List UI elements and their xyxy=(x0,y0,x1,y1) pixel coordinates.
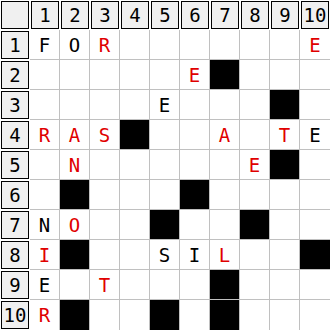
cell-r3c3[interactable] xyxy=(90,90,120,120)
cell-r4c6[interactable] xyxy=(180,120,210,150)
cell-r5c4[interactable] xyxy=(120,150,150,180)
row-header-3: 3 xyxy=(1,91,29,119)
cell-r5c1[interactable] xyxy=(30,150,60,180)
cell-r10c8[interactable] xyxy=(240,300,270,330)
cell-r7c10[interactable] xyxy=(300,210,330,240)
cell-r9c3[interactable]: T xyxy=(90,270,120,300)
cell-r8c1[interactable]: I xyxy=(30,240,60,270)
cell-r1c5[interactable] xyxy=(150,30,180,60)
cell-r6c3[interactable] xyxy=(90,180,120,210)
cell-r5c6[interactable] xyxy=(180,150,210,180)
cell-r2c3[interactable] xyxy=(90,60,120,90)
cell-r2c2[interactable] xyxy=(60,60,90,90)
cell-r9c6[interactable] xyxy=(180,270,210,300)
cell-r6c10[interactable] xyxy=(300,180,330,210)
cell-r2c5[interactable] xyxy=(150,60,180,90)
cell-r7c6[interactable] xyxy=(180,210,210,240)
cell-r2c9[interactable] xyxy=(270,60,300,90)
cell-r8c6[interactable]: I xyxy=(180,240,210,270)
col-header-6: 6 xyxy=(181,1,209,29)
cell-r1c10[interactable]: E xyxy=(300,30,330,60)
cell-r7c9[interactable] xyxy=(270,210,300,240)
cell-r3c7[interactable] xyxy=(210,90,240,120)
cell-r1c3[interactable]: R xyxy=(90,30,120,60)
cell-r7c1[interactable]: N xyxy=(30,210,60,240)
cell-r8c7[interactable]: L xyxy=(210,240,240,270)
cell-r5c2[interactable]: N xyxy=(60,150,90,180)
cell-r10c6[interactable] xyxy=(180,300,210,330)
cell-r5c3[interactable] xyxy=(90,150,120,180)
col-header-8: 8 xyxy=(241,1,269,29)
cell-r2c4[interactable] xyxy=(120,60,150,90)
cell-r9c1[interactable]: E xyxy=(30,270,60,300)
col-header-7: 7 xyxy=(211,1,239,29)
row-header-6: 6 xyxy=(1,181,29,209)
cell-r3c9 xyxy=(270,90,300,120)
row-header-5: 5 xyxy=(1,151,29,179)
cell-r1c6[interactable] xyxy=(180,30,210,60)
cell-r6c6 xyxy=(180,180,210,210)
cell-r7c8 xyxy=(240,210,270,240)
cell-r4c8[interactable] xyxy=(240,120,270,150)
cell-r10c1[interactable]: R xyxy=(30,300,60,330)
cell-r7c7[interactable] xyxy=(210,210,240,240)
cell-r3c2[interactable] xyxy=(60,90,90,120)
cell-r5c5[interactable] xyxy=(150,150,180,180)
cell-r2c10[interactable] xyxy=(300,60,330,90)
cell-r3c5[interactable]: E xyxy=(150,90,180,120)
cell-r3c1[interactable] xyxy=(30,90,60,120)
cell-r3c10[interactable] xyxy=(300,90,330,120)
cell-r7c3[interactable] xyxy=(90,210,120,240)
cell-r8c8[interactable] xyxy=(240,240,270,270)
cell-r1c2[interactable]: O xyxy=(60,30,90,60)
cell-r4c3[interactable]: S xyxy=(90,120,120,150)
cell-r4c7[interactable]: A xyxy=(210,120,240,150)
col-header-5: 5 xyxy=(151,1,179,29)
cell-r6c5[interactable] xyxy=(150,180,180,210)
cell-r10c3[interactable] xyxy=(90,300,120,330)
col-header-10: 10 xyxy=(301,1,329,29)
cell-r4c1[interactable]: R xyxy=(30,120,60,150)
row-header-7: 7 xyxy=(1,211,29,239)
row-header-9: 9 xyxy=(1,271,29,299)
cell-r2c7 xyxy=(210,60,240,90)
cell-r7c5 xyxy=(150,210,180,240)
crossword-board: 123456789101FORE2E3E4RASATE5NE67NO8ISIL9… xyxy=(0,0,330,330)
cell-r5c8[interactable]: E xyxy=(240,150,270,180)
cell-r9c5[interactable] xyxy=(150,270,180,300)
cell-r6c9[interactable] xyxy=(270,180,300,210)
cell-r5c10[interactable] xyxy=(300,150,330,180)
cell-r10c2 xyxy=(60,300,90,330)
cell-r2c1[interactable] xyxy=(30,60,60,90)
cell-r8c3[interactable] xyxy=(90,240,120,270)
col-header-9: 9 xyxy=(271,1,299,29)
cell-r1c9[interactable] xyxy=(270,30,300,60)
cell-r4c2[interactable]: A xyxy=(60,120,90,150)
cell-r1c1[interactable]: F xyxy=(30,30,60,60)
cell-r9c2[interactable] xyxy=(60,270,90,300)
cell-r5c7[interactable] xyxy=(210,150,240,180)
corner-cell xyxy=(1,1,29,29)
col-header-2: 2 xyxy=(61,1,89,29)
cell-r6c7[interactable] xyxy=(210,180,240,210)
row-header-1: 1 xyxy=(1,31,29,59)
cell-r4c9[interactable]: T xyxy=(270,120,300,150)
cell-r10c7 xyxy=(210,300,240,330)
cell-r8c2 xyxy=(60,240,90,270)
cell-r7c4[interactable] xyxy=(120,210,150,240)
col-header-3: 3 xyxy=(91,1,119,29)
row-header-2: 2 xyxy=(1,61,29,89)
row-header-4: 4 xyxy=(1,121,29,149)
cell-r3c4[interactable] xyxy=(120,90,150,120)
col-header-1: 1 xyxy=(31,1,59,29)
cell-r3c8[interactable] xyxy=(240,90,270,120)
cell-r9c9[interactable] xyxy=(270,270,300,300)
cell-r9c8[interactable] xyxy=(240,270,270,300)
cell-r8c4[interactable] xyxy=(120,240,150,270)
cell-r9c10[interactable] xyxy=(300,270,330,300)
cell-r9c7 xyxy=(210,270,240,300)
cell-r10c9[interactable] xyxy=(270,300,300,330)
cell-r6c2 xyxy=(60,180,90,210)
cell-r6c8[interactable] xyxy=(240,180,270,210)
cell-r2c8[interactable] xyxy=(240,60,270,90)
cell-r2c6[interactable]: E xyxy=(180,60,210,90)
cell-r5c9 xyxy=(270,150,300,180)
row-header-10: 10 xyxy=(1,301,29,329)
cell-r3c6[interactable] xyxy=(180,90,210,120)
cell-r8c9[interactable] xyxy=(270,240,300,270)
cell-r10c4[interactable] xyxy=(120,300,150,330)
row-header-8: 8 xyxy=(1,241,29,269)
cell-r6c4[interactable] xyxy=(120,180,150,210)
cell-r4c5[interactable] xyxy=(150,120,180,150)
cell-r10c5 xyxy=(150,300,180,330)
cell-r1c7[interactable] xyxy=(210,30,240,60)
cell-r4c10[interactable]: E xyxy=(300,120,330,150)
cell-r8c10 xyxy=(300,240,330,270)
cell-r8c5[interactable]: S xyxy=(150,240,180,270)
cell-r9c4[interactable] xyxy=(120,270,150,300)
col-header-4: 4 xyxy=(121,1,149,29)
cell-r1c4[interactable] xyxy=(120,30,150,60)
cell-r7c2[interactable]: O xyxy=(60,210,90,240)
cell-r10c10[interactable] xyxy=(300,300,330,330)
cell-r1c8[interactable] xyxy=(240,30,270,60)
cell-r4c4 xyxy=(120,120,150,150)
cell-r6c1[interactable] xyxy=(30,180,60,210)
